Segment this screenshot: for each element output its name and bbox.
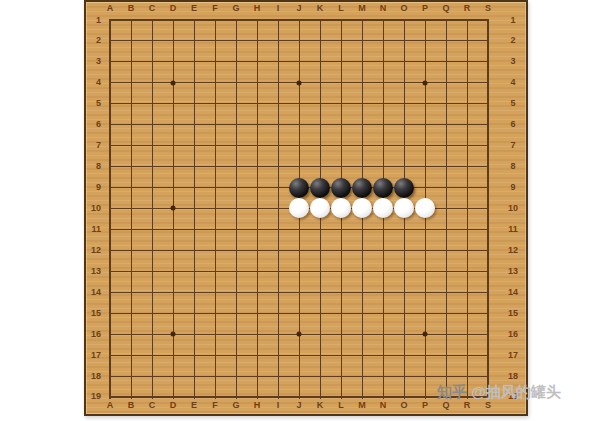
white-stone [373,198,393,218]
column-label-bottom: J [289,400,309,411]
row-label-right: 14 [506,287,520,298]
black-stone [289,178,309,198]
row-label-left: 6 [86,119,101,130]
column-label-top: E [184,3,204,14]
star-point [297,80,302,85]
white-stone [289,198,309,218]
row-label-left: 3 [86,56,101,67]
black-stone [331,178,351,198]
row-label-left: 9 [86,182,101,193]
row-label-left: 2 [86,35,101,46]
column-label-top: B [121,3,141,14]
grid-horizontal-line [109,292,489,293]
row-label-left: 19 [86,391,101,402]
grid-vertical-line [194,19,195,399]
row-label-right: 17 [506,350,520,361]
black-stone [373,178,393,198]
grid-horizontal-line [109,355,489,356]
row-label-left: 16 [86,329,101,340]
grid-vertical-line [109,19,111,399]
star-point [171,332,176,337]
row-label-right: 3 [506,56,520,67]
row-label-left: 14 [86,287,101,298]
column-label-bottom: O [394,400,414,411]
column-label-bottom: H [247,400,267,411]
row-label-left: 10 [86,203,101,214]
grid-vertical-line [487,19,489,399]
white-stone [415,198,435,218]
column-label-bottom: P [415,400,435,411]
row-label-right: 15 [506,308,520,319]
row-label-right: 11 [506,224,520,235]
white-stone [310,198,330,218]
grid-horizontal-line [109,376,489,377]
column-label-top: G [226,3,246,14]
row-label-left: 5 [86,98,101,109]
black-stone [352,178,372,198]
row-label-left: 1 [86,15,101,26]
row-label-left: 7 [86,140,101,151]
row-label-right: 2 [506,35,520,46]
column-label-bottom: B [121,400,141,411]
column-label-top: K [310,3,330,14]
row-label-right: 4 [506,77,520,88]
column-label-bottom: N [373,400,393,411]
row-label-left: 8 [86,161,101,172]
row-label-right: 7 [506,140,520,151]
board-grid [110,20,488,397]
star-point [171,80,176,85]
row-label-left: 13 [86,266,101,277]
grid-vertical-line [236,19,237,399]
black-stone [394,178,414,198]
column-label-top: I [268,3,288,14]
white-stone [352,198,372,218]
grid-horizontal-line [109,271,489,272]
column-label-bottom: K [310,400,330,411]
grid-horizontal-line [109,229,489,230]
row-label-left: 4 [86,77,101,88]
watermark-site: 知乎 [437,383,467,400]
white-stone [394,198,414,218]
column-label-top: L [331,3,351,14]
column-label-bottom: G [226,400,246,411]
page: AABBCCDDEEFFGGHHIIJJKKLLMMNNOOPPQQRRSS11… [0,0,600,421]
column-label-bottom: A [100,400,120,411]
grid-vertical-line [152,19,153,399]
column-label-top: J [289,3,309,14]
row-label-left: 18 [86,371,101,382]
column-label-top: O [394,3,414,14]
column-label-top: A [100,3,120,14]
column-label-top: H [247,3,267,14]
row-label-right: 8 [506,161,520,172]
column-label-bottom: C [142,400,162,411]
row-label-right: 6 [506,119,520,130]
watermark-handle: @抽风的罐头 [471,383,561,400]
column-label-bottom: M [352,400,372,411]
column-label-top: M [352,3,372,14]
white-stone [331,198,351,218]
row-label-right: 5 [506,98,520,109]
grid-horizontal-line [109,313,489,314]
grid-vertical-line [131,19,132,399]
watermark: 知乎 @抽风的罐头 [437,383,561,402]
row-label-right: 9 [506,182,520,193]
row-label-right: 12 [506,245,520,256]
grid-vertical-line [278,19,279,399]
column-label-top: R [457,3,477,14]
grid-horizontal-line [109,396,489,398]
row-label-right: 1 [506,15,520,26]
column-label-top: D [163,3,183,14]
column-label-top: C [142,3,162,14]
row-label-right: 10 [506,203,520,214]
column-label-top: N [373,3,393,14]
row-label-left: 12 [86,245,101,256]
grid-vertical-line [215,19,216,399]
column-label-bottom: D [163,400,183,411]
grid-horizontal-line [109,250,489,251]
row-label-right: 16 [506,329,520,340]
column-label-top: F [205,3,225,14]
grid-vertical-line [467,19,468,399]
star-point [423,332,428,337]
column-label-bottom: F [205,400,225,411]
star-point [423,80,428,85]
star-point [297,332,302,337]
star-point [171,206,176,211]
grid-vertical-line [446,19,447,399]
grid-vertical-line [257,19,258,399]
row-label-left: 17 [86,350,101,361]
column-label-bottom: E [184,400,204,411]
column-label-bottom: L [331,400,351,411]
row-label-right: 13 [506,266,520,277]
column-label-bottom: I [268,400,288,411]
column-label-top: P [415,3,435,14]
column-label-top: Q [436,3,456,14]
row-label-left: 11 [86,224,101,235]
row-label-left: 15 [86,308,101,319]
black-stone [310,178,330,198]
column-label-top: S [478,3,498,14]
row-label-right: 18 [506,371,520,382]
go-board: AABBCCDDEEFFGGHHIIJJKKLLMMNNOOPPQQRRSS11… [84,0,528,416]
